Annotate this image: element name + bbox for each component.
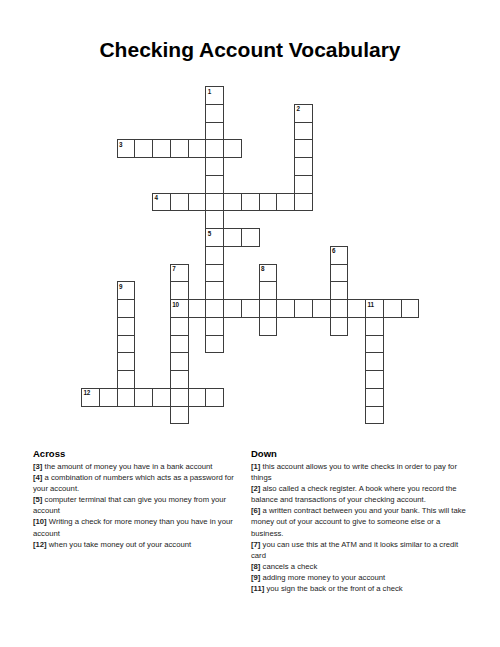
cell-r6-c7[interactable] [205,193,224,212]
cell-r13-c5[interactable] [170,317,189,336]
across-header: Across [33,448,248,459]
cell-r11-c10[interactable] [259,281,278,300]
cell-r12-c14[interactable] [330,299,349,318]
cell-r11-c14[interactable] [330,281,349,300]
cell-r12-c9[interactable] [241,299,260,318]
cell-r6-c10[interactable] [259,193,278,212]
cell-r18-c5[interactable] [170,406,189,425]
cell-r1-c7[interactable] [205,104,224,123]
cell-r12-c12[interactable] [294,299,313,318]
page-title: Checking Account Vocabulary [0,38,500,61]
clue-item: [4] a combination of numbers which acts … [33,472,248,494]
cell-r12-c15[interactable] [347,299,366,318]
cell-r3-c4[interactable] [152,139,171,158]
cell-r6-c4[interactable]: 4 [152,193,171,212]
cell-r17-c2[interactable] [117,388,136,407]
clue-number-label: 2 [297,105,300,112]
cell-r8-c7[interactable]: 5 [205,228,224,247]
cell-r14-c7[interactable] [205,335,224,354]
cell-r6-c6[interactable] [188,193,207,212]
cell-r3-c8[interactable] [223,139,242,158]
cell-r9-c14[interactable]: 6 [330,246,349,265]
cell-r13-c14[interactable] [330,317,349,336]
across-clue-list: [3] the amount of money you have in a ba… [33,461,248,550]
cell-r12-c5[interactable]: 10 [170,299,189,318]
cell-r8-c9[interactable] [241,228,260,247]
cell-r17-c1[interactable] [99,388,118,407]
cell-r12-c7[interactable] [205,299,224,318]
cell-r17-c16[interactable] [365,388,384,407]
cell-r1-c12[interactable]: 2 [294,104,313,123]
cell-r12-c10[interactable] [259,299,278,318]
cell-r6-c11[interactable] [276,193,295,212]
cell-r13-c7[interactable] [205,317,224,336]
clue-item: [5] computer terminal that can give you … [33,494,248,516]
cell-r13-c2[interactable] [117,317,136,336]
cell-r8-c8[interactable] [223,228,242,247]
cell-r14-c5[interactable] [170,335,189,354]
cell-r5-c12[interactable] [294,175,313,194]
cell-r6-c5[interactable] [170,193,189,212]
clue-item: [9] adding more money to your account [251,572,470,583]
cell-r5-c7[interactable] [205,175,224,194]
cell-r6-c12[interactable] [294,193,313,212]
clue-item: [1] this account allows you to write che… [251,461,470,483]
cell-r12-c16[interactable]: 11 [365,299,384,318]
cell-r17-c4[interactable] [152,388,171,407]
cell-r17-c7[interactable] [205,388,224,407]
cell-r10-c7[interactable] [205,264,224,283]
cell-r12-c8[interactable] [223,299,242,318]
clue-number-label: 7 [172,265,175,272]
clue-number-label: 8 [261,265,264,272]
cell-r12-c6[interactable] [188,299,207,318]
cell-r17-c5[interactable] [170,388,189,407]
cell-r14-c16[interactable] [365,335,384,354]
cell-r15-c2[interactable] [117,352,136,371]
crossword-grid: 123456789101112 [81,86,420,425]
cell-r10-c10[interactable]: 8 [259,264,278,283]
clue-number-label: 5 [208,230,211,237]
cell-r16-c16[interactable] [365,370,384,389]
cell-r3-c5[interactable] [170,139,189,158]
cell-r3-c3[interactable] [134,139,153,158]
cell-r6-c9[interactable] [241,193,260,212]
cell-r12-c18[interactable] [401,299,420,318]
clue-number-label: 4 [155,194,158,201]
clue-item: [2] also called a check register. A book… [251,483,470,505]
cell-r2-c12[interactable] [294,122,313,141]
cell-r3-c6[interactable] [188,139,207,158]
cell-r2-c7[interactable] [205,122,224,141]
cell-r16-c2[interactable] [117,370,136,389]
clue-item: [6] a written contract between you and y… [251,505,470,538]
clue-item: [11] you sign the back or the front of a… [251,583,470,594]
cell-r17-c3[interactable] [134,388,153,407]
cell-r12-c2[interactable] [117,299,136,318]
clue-item: [8] cancels a check [251,561,470,572]
cell-r11-c7[interactable] [205,281,224,300]
cell-r17-c6[interactable] [188,388,207,407]
down-clues-section: Down [1] this account allows you to writ… [251,448,470,594]
down-clue-list: [1] this account allows you to write che… [251,461,470,594]
cell-r11-c2[interactable]: 9 [117,281,136,300]
down-header: Down [251,448,470,459]
cell-r12-c13[interactable] [312,299,331,318]
cell-r12-c11[interactable] [276,299,295,318]
across-clues-section: Across [3] the amount of money you have … [33,448,248,550]
cell-r10-c14[interactable] [330,264,349,283]
cell-r13-c16[interactable] [365,317,384,336]
cell-r15-c16[interactable] [365,352,384,371]
cell-r7-c7[interactable] [205,210,224,229]
cell-r4-c7[interactable] [205,157,224,176]
clue-number-label: 11 [368,301,374,308]
clue-item: [12] when you take money out of your acc… [33,539,248,550]
clue-number-label: 6 [332,247,335,254]
clue-item: [7] you can use this at the ATM and it l… [251,539,470,561]
clue-number-label: 10 [172,301,179,308]
clue-item: [10] Writing a check for more money than… [33,516,248,538]
cell-r14-c2[interactable] [117,335,136,354]
cell-r13-c10[interactable] [259,317,278,336]
cell-r4-c12[interactable] [294,157,313,176]
clue-number-label: 3 [119,141,122,148]
cell-r0-c7[interactable]: 1 [205,86,224,105]
cell-r3-c7[interactable] [205,139,224,158]
cell-r6-c8[interactable] [223,193,242,212]
clue-number-label: 12 [84,389,91,396]
cell-r9-c7[interactable] [205,246,224,265]
cell-r15-c5[interactable] [170,352,189,371]
cell-r12-c17[interactable] [383,299,402,318]
cell-r16-c5[interactable] [170,370,189,389]
cell-r3-c2[interactable]: 3 [117,139,136,158]
clue-number-label: 9 [119,283,122,290]
cell-r11-c5[interactable] [170,281,189,300]
clue-item: [3] the amount of money you have in a ba… [33,461,248,472]
clue-number-label: 1 [208,88,211,95]
cell-r18-c16[interactable] [365,406,384,425]
cell-r3-c12[interactable] [294,139,313,158]
cell-r17-c0[interactable]: 12 [81,388,100,407]
cell-r10-c5[interactable]: 7 [170,264,189,283]
